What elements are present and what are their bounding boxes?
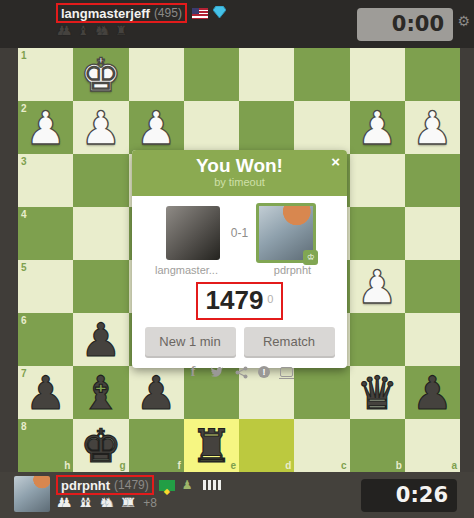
square-h6[interactable]: 6 [18, 313, 73, 366]
square-a2[interactable]: ♟ [405, 101, 460, 154]
white-p-piece: ♟ [136, 105, 177, 151]
rank-label-3: 3 [21, 156, 27, 167]
file-label-h: h [64, 460, 70, 471]
rank-label-5: 5 [21, 262, 27, 273]
square-g1[interactable]: ♚ [73, 48, 128, 101]
square-h8[interactable]: 8h [18, 419, 73, 472]
square-b1[interactable] [350, 48, 405, 101]
black-p-piece: ♟ [80, 317, 121, 363]
dialog-subtitle: by timeout [132, 176, 347, 188]
square-b5[interactable]: ♟ [350, 260, 405, 313]
square-g2[interactable]: ♟ [73, 101, 128, 154]
rating-annotation-box: 14790 [196, 282, 284, 320]
rematch-button[interactable]: Rematch [244, 327, 335, 356]
player-rating: (1479) [114, 478, 149, 492]
square-a6[interactable] [405, 313, 460, 366]
black-r-piece: ♜ [191, 423, 232, 469]
square-f1[interactable] [129, 48, 184, 101]
square-a7[interactable]: ♟ [405, 366, 460, 419]
captured-b-icon: ♝ [77, 24, 89, 38]
rank-label-4: 4 [21, 209, 27, 220]
file-label-b: b [396, 460, 402, 471]
opponent-name-annotation-box: langmasterjeff (495) [56, 3, 187, 23]
file-label-e: e [230, 460, 236, 471]
square-f8[interactable]: f [129, 419, 184, 472]
square-d1[interactable] [239, 48, 294, 101]
settings-gear-icon[interactable]: ⚙ [457, 13, 470, 29]
square-c8[interactable]: c [294, 419, 349, 472]
us-flag-icon [192, 8, 208, 19]
square-b6[interactable] [350, 313, 405, 366]
black-q-piece: ♛ [357, 370, 398, 416]
info-icon[interactable]: ! [258, 366, 270, 378]
square-b8[interactable]: b [350, 419, 405, 472]
opponent-avatar[interactable] [14, 6, 50, 42]
new-rating: 1479 [206, 285, 264, 315]
square-h1[interactable]: 1 [18, 48, 73, 101]
streak-pawn-icon: ♟ [182, 478, 193, 492]
captured-p-icon: ♟ [61, 496, 73, 510]
square-h7[interactable]: ♟7 [18, 366, 73, 419]
winner-crown-icon: ♔ [303, 250, 318, 265]
winner-avatar[interactable]: ♔ [256, 203, 316, 263]
dialog-header: You Won! by timeout × [132, 150, 347, 196]
file-label-a: a [451, 460, 457, 471]
opponent-rating: (495) [154, 6, 182, 20]
opponent-username[interactable]: langmasterjeff [61, 6, 150, 21]
rank-label-6: 6 [21, 315, 27, 326]
square-c1[interactable] [294, 48, 349, 101]
square-e1[interactable] [184, 48, 239, 101]
square-g8[interactable]: ♚g [73, 419, 128, 472]
premium-diamond-icon [213, 4, 226, 22]
captured-p-icon: ♟ [61, 24, 73, 38]
square-a3[interactable] [405, 154, 460, 207]
white-p-piece: ♟ [357, 264, 398, 310]
dialog-title: You Won! [132, 150, 347, 177]
file-label-g: g [119, 460, 125, 471]
square-a5[interactable] [405, 260, 460, 313]
rank-label-2: 2 [21, 103, 27, 114]
square-g5[interactable] [73, 260, 128, 313]
loser-name: langmaster... [152, 264, 222, 276]
captured-n-icon: ♞ [99, 24, 111, 38]
square-d8[interactable]: d [239, 419, 294, 472]
black-b-piece: ♝ [80, 370, 121, 416]
brazil-flag-icon: ◆ [159, 480, 175, 491]
player-name-annotation-box: pdrpnht (1479) [56, 475, 154, 495]
rank-label-7: 7 [21, 368, 27, 379]
white-p-piece: ♟ [357, 105, 398, 151]
square-e2[interactable] [184, 101, 239, 154]
square-b3[interactable] [350, 154, 405, 207]
player-avatar[interactable] [14, 476, 50, 512]
win-streak-bars [203, 480, 221, 490]
close-icon[interactable]: × [331, 153, 340, 170]
square-a1[interactable] [405, 48, 460, 101]
black-p-piece: ♟ [412, 370, 453, 416]
player-captured-pieces: ♟♟♝♝♞♞♜♜+8 [56, 495, 221, 510]
new-game-button[interactable]: New 1 min [145, 327, 236, 356]
square-h5[interactable]: 5 [18, 260, 73, 313]
opponent-captured-pieces: ♟♟♝♞♞♜ [56, 23, 226, 38]
square-a4[interactable] [405, 207, 460, 260]
loser-avatar[interactable] [166, 206, 220, 260]
file-label-f: f [177, 460, 180, 471]
square-d2[interactable] [239, 101, 294, 154]
computer-analysis-icon[interactable] [280, 367, 293, 377]
captured-r-icon: ♜ [125, 496, 137, 510]
rank-label-8: 8 [21, 421, 27, 432]
square-b2[interactable]: ♟ [350, 101, 405, 154]
bottom-player-bar: pdrpnht (1479) ◆ ♟ ♟♟♝♝♞♞♜♜+8 0:26 [0, 472, 474, 518]
square-g6[interactable]: ♟ [73, 313, 128, 366]
player-clock: 0:26 [361, 479, 457, 512]
square-f2[interactable]: ♟ [129, 101, 184, 154]
square-g3[interactable] [73, 154, 128, 207]
captured-b-icon: ♝ [82, 496, 94, 510]
share-icon[interactable] [234, 365, 248, 379]
rank-label-1: 1 [21, 50, 27, 61]
captured-n-icon: ♞ [103, 496, 115, 510]
square-g7[interactable]: ♝ [73, 366, 128, 419]
game-over-dialog: You Won! by timeout × 0-1 ♔ langmaster..… [132, 150, 347, 368]
player-username[interactable]: pdrpnht [61, 478, 110, 493]
square-b7[interactable]: ♛ [350, 366, 405, 419]
rating-delta: 0 [267, 293, 273, 305]
winner-name: pdrpnht [258, 264, 328, 276]
white-p-piece: ♟ [25, 105, 66, 151]
square-b4[interactable] [350, 207, 405, 260]
square-g4[interactable] [73, 207, 128, 260]
square-h3[interactable]: 3 [18, 154, 73, 207]
white-p-piece: ♟ [412, 105, 453, 151]
opponent-clock: 0:00 [357, 8, 453, 41]
file-label-c: c [341, 460, 347, 471]
square-h4[interactable]: 4 [18, 207, 73, 260]
material-advantage: +8 [143, 496, 157, 510]
square-h2[interactable]: ♟2 [18, 101, 73, 154]
white-p-piece: ♟ [80, 105, 121, 151]
square-a8[interactable]: a [405, 419, 460, 472]
white-k-piece: ♚ [80, 52, 121, 98]
facebook-icon[interactable]: f [186, 365, 200, 379]
captured-r-icon: ♜ [115, 24, 127, 38]
black-k-piece: ♚ [80, 423, 121, 469]
square-e8[interactable]: ♜e [184, 419, 239, 472]
game-score: 0-1 [231, 226, 248, 240]
black-p-piece: ♟ [25, 370, 66, 416]
file-label-d: d [285, 460, 291, 471]
twitter-icon[interactable] [210, 365, 224, 379]
square-c2[interactable] [294, 101, 349, 154]
top-player-bar: langmasterjeff (495) ♟♟♝♞♞♜ 0:00 ⚙ [0, 0, 474, 48]
